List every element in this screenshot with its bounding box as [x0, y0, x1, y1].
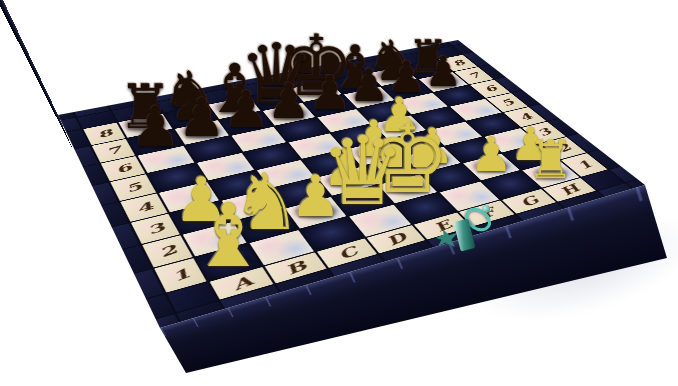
- clasp-pin-icon: [482, 205, 490, 213]
- chess-set-photo: 8877665544332211ABCDEFGH ♜♞♝♛♚♝♞♜♟♟♟♟♟♟♟…: [0, 0, 678, 386]
- clasp-wing-icon: [436, 229, 458, 247]
- metal-clasp: [436, 205, 510, 271]
